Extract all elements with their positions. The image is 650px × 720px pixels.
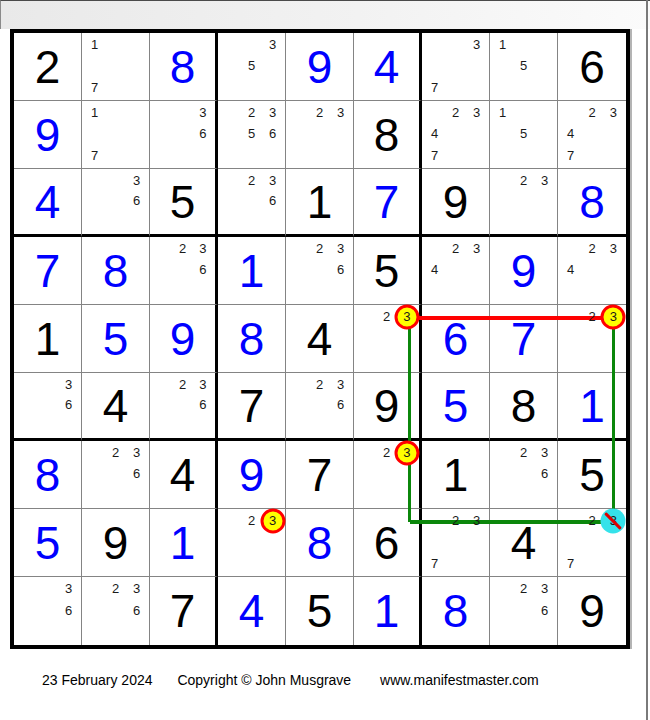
empty-candidate-slot — [126, 621, 147, 643]
empty-candidate-slot — [466, 145, 487, 166]
cell-r6c6[interactable]: 9 — [354, 373, 422, 441]
empty-candidate-slot — [16, 395, 37, 416]
pencil-marks: 36 — [16, 578, 79, 643]
cell-r4c3[interactable]: 236 — [150, 237, 218, 305]
pencil-marks: 36 — [84, 170, 147, 232]
empty-candidate-slot — [581, 553, 602, 574]
empty-candidate-slot — [126, 77, 147, 98]
candidate-digit: 3 — [403, 446, 410, 459]
candidate-digit: 7 — [431, 81, 438, 94]
candidate-digit: 6 — [269, 127, 276, 140]
cell-r2c9[interactable]: 2347 — [558, 101, 626, 169]
empty-candidate-slot — [84, 55, 105, 76]
empty-candidate-slot — [16, 415, 37, 436]
empty-candidate-slot — [534, 145, 555, 166]
empty-candidate-slot — [534, 191, 555, 212]
cell-r2c3[interactable]: 36 — [150, 101, 218, 169]
empty-candidate-slot — [262, 145, 283, 166]
empty-candidate-slot — [220, 211, 241, 232]
solved-digit: 7 — [354, 169, 419, 234]
candidate-6: 6 — [126, 600, 147, 622]
candidate-digit: 6 — [65, 398, 72, 411]
empty-candidate-slot — [262, 55, 283, 76]
empty-candidate-slot — [560, 102, 581, 123]
empty-candidate-slot — [172, 102, 192, 123]
solved-digit: 8 — [286, 509, 353, 576]
candidate-digit: 3 — [610, 310, 617, 323]
cell-r5c8[interactable]: 7 — [490, 305, 558, 373]
empty-candidate-slot — [152, 415, 172, 436]
candidate-digit: 6 — [199, 398, 206, 411]
empty-candidate-slot — [84, 600, 105, 622]
cell-r7c6[interactable]: 23 — [354, 441, 422, 509]
empty-candidate-slot — [126, 211, 147, 232]
empty-candidate-slot — [220, 55, 241, 76]
candidate-digit: 3 — [473, 514, 480, 527]
cell-r2c4[interactable]: 2356 — [218, 101, 286, 169]
empty-candidate-slot — [330, 415, 351, 436]
empty-candidate-slot — [492, 145, 513, 166]
cell-r2c7[interactable]: 2347 — [422, 101, 490, 169]
pencil-marks: 237 — [424, 510, 487, 574]
cell-r5c7[interactable]: 6 — [422, 305, 490, 373]
cell-r4c8[interactable]: 9 — [490, 237, 558, 305]
cell-r1c2[interactable]: 17 — [82, 33, 150, 101]
empty-candidate-slot — [603, 281, 624, 302]
cell-r7c1[interactable]: 8 — [14, 441, 82, 509]
candidate-4: 4 — [424, 259, 445, 280]
candidate-digit: 1 — [91, 106, 98, 119]
candidate-6: 6 — [262, 191, 283, 212]
solved-digit: 5 — [422, 373, 489, 438]
empty-candidate-slot — [58, 621, 79, 643]
candidate-2: 2 — [172, 238, 192, 259]
cell-r1c5[interactable]: 9 — [286, 33, 354, 101]
solved-digit: 4 — [354, 33, 419, 100]
cell-r4c1[interactable]: 7 — [14, 237, 82, 305]
empty-candidate-slot — [172, 259, 192, 280]
candidate-2: 2 — [581, 102, 602, 123]
empty-candidate-slot — [126, 102, 147, 123]
empty-candidate-slot — [330, 123, 351, 144]
cell-r8c5[interactable]: 8 — [286, 509, 354, 577]
cell-r2c1[interactable]: 9 — [14, 101, 82, 169]
cell-r8c3[interactable]: 1 — [150, 509, 218, 577]
candidate-digit: 7 — [567, 557, 574, 570]
empty-candidate-slot — [241, 553, 262, 574]
solved-digit: 8 — [422, 577, 489, 645]
candidate-3: 3 — [193, 102, 213, 123]
cell-r5c9[interactable]: 23 — [558, 305, 626, 373]
empty-candidate-slot — [466, 259, 487, 280]
candidate-2: 2 — [445, 102, 466, 123]
cell-r3c1[interactable]: 4 — [14, 169, 82, 237]
cell-r6c5[interactable]: 236 — [286, 373, 354, 441]
candidate-digit: 7 — [431, 557, 438, 570]
cell-r6c2[interactable]: 4 — [82, 373, 150, 441]
cell-r5c6[interactable]: 23 — [354, 305, 422, 373]
cell-r7c8[interactable]: 236 — [490, 441, 558, 509]
given-digit: 7 — [286, 441, 353, 508]
cell-r8c4[interactable]: 23 — [218, 509, 286, 577]
candidate-digit: 3 — [541, 582, 548, 595]
candidate-digit: 2 — [248, 174, 255, 187]
empty-candidate-slot — [376, 349, 396, 370]
pencil-marks: 2347 — [424, 102, 487, 166]
cell-r9c5[interactable]: 5 — [286, 577, 354, 645]
solved-digit: 9 — [218, 441, 285, 508]
empty-candidate-slot — [424, 55, 445, 76]
window-top-strip — [0, 0, 650, 29]
cell-r3c3[interactable]: 5 — [150, 169, 218, 237]
cell-r3c6[interactable]: 7 — [354, 169, 422, 237]
candidate-3: 3 — [262, 34, 283, 55]
empty-candidate-slot — [105, 600, 126, 622]
candidate-3: 3 — [330, 238, 351, 259]
given-digit: 1 — [14, 305, 81, 372]
cell-r1c3[interactable]: 8 — [150, 33, 218, 101]
empty-candidate-slot — [356, 463, 376, 484]
candidate-digit: 6 — [541, 604, 548, 617]
empty-candidate-slot — [513, 77, 534, 98]
candidate-digit: 2 — [520, 174, 527, 187]
given-digit: 4 — [286, 305, 353, 372]
empty-candidate-slot — [513, 463, 534, 484]
empty-candidate-slot — [492, 485, 513, 506]
cell-r3c8[interactable]: 23 — [490, 169, 558, 237]
pencil-marks: 234 — [424, 238, 487, 302]
empty-candidate-slot — [603, 553, 624, 574]
candidate-2: 2 — [105, 578, 126, 600]
cell-r8c9[interactable]: 237 — [558, 509, 626, 577]
solved-digit: 5 — [14, 509, 81, 576]
cell-r6c8[interactable]: 8 — [490, 373, 558, 441]
empty-candidate-slot — [581, 259, 602, 280]
pencil-marks: 236 — [288, 374, 351, 436]
candidate-3: 3 — [126, 442, 147, 463]
cell-r3c7[interactable]: 9 — [422, 169, 490, 237]
candidate-digit: 3 — [337, 106, 344, 119]
empty-candidate-slot — [241, 34, 262, 55]
cell-r4c7[interactable]: 234 — [422, 237, 490, 305]
candidate-digit: 1 — [499, 106, 506, 119]
candidate-digit: 3 — [199, 378, 206, 391]
candidate-6: 6 — [126, 463, 147, 484]
empty-candidate-slot — [288, 102, 309, 123]
cell-r8c2[interactable]: 9 — [82, 509, 150, 577]
cell-r9c6[interactable]: 1 — [354, 577, 422, 645]
candidate-6: 6 — [126, 191, 147, 212]
candidate-digit: 3 — [610, 106, 617, 119]
pencil-marks: 236 — [492, 442, 555, 506]
empty-candidate-slot — [152, 238, 172, 259]
empty-candidate-slot — [560, 327, 581, 348]
cell-r3c2[interactable]: 36 — [82, 169, 150, 237]
empty-candidate-slot — [152, 281, 172, 302]
empty-candidate-slot — [241, 211, 262, 232]
candidate-digit: 3 — [199, 106, 206, 119]
cell-r9c7[interactable]: 8 — [422, 577, 490, 645]
empty-candidate-slot — [397, 349, 417, 370]
cell-r4c2[interactable]: 8 — [82, 237, 150, 305]
empty-candidate-slot — [492, 191, 513, 212]
cell-r7c2[interactable]: 236 — [82, 441, 150, 509]
candidate-digit: 5 — [520, 127, 527, 140]
candidate-2: 2 — [309, 238, 330, 259]
candidate-3: 3 — [58, 578, 79, 600]
empty-candidate-slot — [560, 306, 581, 327]
cell-r8c6[interactable]: 6 — [354, 509, 422, 577]
empty-candidate-slot — [152, 102, 172, 123]
app-window: 2178359437156917362356238234715234743652… — [0, 0, 650, 720]
empty-candidate-slot — [581, 531, 602, 552]
empty-candidate-slot — [424, 34, 445, 55]
candidate-6: 6 — [330, 395, 351, 416]
cell-r5c1[interactable]: 1 — [14, 305, 82, 373]
candidate-digit: 3 — [541, 174, 548, 187]
empty-candidate-slot — [424, 281, 445, 302]
candidate-1: 1 — [492, 34, 513, 55]
empty-candidate-slot — [376, 463, 396, 484]
candidate-digit: 1 — [91, 38, 98, 51]
empty-candidate-slot — [288, 145, 309, 166]
cell-r2c6[interactable]: 8 — [354, 101, 422, 169]
empty-candidate-slot — [445, 123, 466, 144]
empty-candidate-slot — [84, 191, 105, 212]
empty-candidate-slot — [241, 531, 262, 552]
candidate-digit: 3 — [473, 106, 480, 119]
empty-candidate-slot — [84, 123, 105, 144]
empty-candidate-slot — [445, 55, 466, 76]
empty-candidate-slot — [193, 415, 213, 436]
window-right-edge — [646, 0, 648, 720]
solved-digit: 8 — [14, 441, 81, 508]
empty-candidate-slot — [172, 123, 192, 144]
cell-r2c5[interactable]: 23 — [286, 101, 354, 169]
candidate-7: 7 — [424, 553, 445, 574]
empty-candidate-slot — [220, 102, 241, 123]
cell-r7c9[interactable]: 5 — [558, 441, 626, 509]
candidate-2: 2 — [513, 170, 534, 191]
cell-r9c8[interactable]: 236 — [490, 577, 558, 645]
empty-candidate-slot — [16, 374, 37, 395]
candidate-5: 5 — [513, 123, 534, 144]
empty-candidate-slot — [220, 510, 241, 531]
candidate-digit: 7 — [91, 149, 98, 162]
cell-r5c5[interactable]: 4 — [286, 305, 354, 373]
cell-r9c1[interactable]: 36 — [14, 577, 82, 645]
empty-candidate-slot — [288, 374, 309, 395]
empty-candidate-slot — [220, 531, 241, 552]
cell-r6c7[interactable]: 5 — [422, 373, 490, 441]
candidate-4: 4 — [560, 123, 581, 144]
given-digit: 1 — [422, 441, 489, 508]
empty-candidate-slot — [330, 145, 351, 166]
empty-candidate-slot — [445, 145, 466, 166]
candidate-2: 2 — [172, 374, 192, 395]
candidate-2: 2 — [309, 102, 330, 123]
cell-r8c1[interactable]: 5 — [14, 509, 82, 577]
empty-candidate-slot — [603, 531, 624, 552]
candidate-digit: 2 — [383, 310, 390, 323]
candidate-6: 6 — [193, 395, 213, 416]
empty-candidate-slot — [105, 34, 126, 55]
pencil-marks: 23 — [560, 306, 624, 370]
cell-r1c6[interactable]: 4 — [354, 33, 422, 101]
empty-candidate-slot — [84, 485, 105, 506]
candidate-2: 2 — [513, 578, 534, 600]
given-digit: 5 — [286, 577, 353, 645]
empty-candidate-slot — [560, 531, 581, 552]
given-digit: 5 — [150, 169, 215, 234]
candidate-7: 7 — [84, 77, 105, 98]
given-digit: 2 — [14, 33, 81, 100]
empty-candidate-slot — [492, 442, 513, 463]
empty-candidate-slot — [603, 349, 624, 370]
candidate-digit: 2 — [520, 446, 527, 459]
cell-r5c4[interactable]: 8 — [218, 305, 286, 373]
footer-date: 23 February 2024 — [42, 672, 153, 688]
candidate-2: 2 — [513, 442, 534, 463]
given-digit: 7 — [150, 577, 215, 645]
empty-candidate-slot — [492, 123, 513, 144]
footer: 23 February 2024 Copyright © John Musgra… — [0, 672, 650, 694]
candidate-digit: 3 — [541, 446, 548, 459]
empty-candidate-slot — [466, 281, 487, 302]
cell-r1c4[interactable]: 35 — [218, 33, 286, 101]
candidate-6: 6 — [58, 600, 79, 622]
cell-r1c7[interactable]: 37 — [422, 33, 490, 101]
cell-r6c3[interactable]: 236 — [150, 373, 218, 441]
pencil-marks: 23 — [356, 442, 417, 506]
candidate-digit: 4 — [431, 127, 438, 140]
empty-candidate-slot — [445, 281, 466, 302]
cell-r7c5[interactable]: 7 — [286, 441, 354, 509]
cell-r1c9[interactable]: 6 — [558, 33, 626, 101]
empty-candidate-slot — [603, 145, 624, 166]
empty-candidate-slot — [513, 485, 534, 506]
footer-copyright: Copyright © John Musgrave — [177, 672, 351, 688]
cell-r4c9[interactable]: 234 — [558, 237, 626, 305]
cell-r2c8[interactable]: 15 — [490, 101, 558, 169]
empty-candidate-slot — [424, 238, 445, 259]
cell-r8c7[interactable]: 237 — [422, 509, 490, 577]
solved-digit: 1 — [218, 237, 285, 304]
candidate-digit: 7 — [431, 149, 438, 162]
cell-r7c7[interactable]: 1 — [422, 441, 490, 509]
candidate-digit: 6 — [269, 194, 276, 207]
solved-digit: 9 — [490, 237, 557, 304]
cell-r4c4[interactable]: 1 — [218, 237, 286, 305]
cell-r3c4[interactable]: 236 — [218, 169, 286, 237]
cell-r5c2[interactable]: 5 — [82, 305, 150, 373]
empty-candidate-slot — [288, 281, 309, 302]
cell-r2c2[interactable]: 17 — [82, 101, 150, 169]
given-digit: 6 — [354, 509, 419, 576]
cell-r8c8[interactable]: 4 — [490, 509, 558, 577]
empty-candidate-slot — [424, 510, 445, 531]
empty-candidate-slot — [466, 55, 487, 76]
cell-r4c5[interactable]: 236 — [286, 237, 354, 305]
empty-candidate-slot — [105, 463, 126, 484]
empty-candidate-slot — [288, 123, 309, 144]
cell-r6c4[interactable]: 7 — [218, 373, 286, 441]
cell-r6c1[interactable]: 36 — [14, 373, 82, 441]
empty-candidate-slot — [560, 510, 581, 531]
empty-candidate-slot — [126, 34, 147, 55]
empty-candidate-slot — [105, 191, 126, 212]
candidate-digit: 5 — [248, 59, 255, 72]
empty-candidate-slot — [424, 531, 445, 552]
empty-candidate-slot — [534, 102, 555, 123]
candidate-2: 2 — [445, 510, 466, 531]
cell-r9c4[interactable]: 4 — [218, 577, 286, 645]
candidate-digit: 3 — [65, 582, 72, 595]
cell-r3c5[interactable]: 1 — [286, 169, 354, 237]
empty-candidate-slot — [105, 123, 126, 144]
cell-r7c4[interactable]: 9 — [218, 441, 286, 509]
empty-candidate-slot — [330, 281, 351, 302]
empty-candidate-slot — [152, 259, 172, 280]
cell-r4c6[interactable]: 5 — [354, 237, 422, 305]
pencil-marks: 236 — [84, 442, 147, 506]
empty-candidate-slot — [309, 259, 330, 280]
solved-digit: 9 — [150, 305, 215, 372]
candidate-digit: 3 — [269, 106, 276, 119]
empty-candidate-slot — [126, 145, 147, 166]
candidate-6: 6 — [193, 259, 213, 280]
candidate-3: 3 — [466, 510, 487, 531]
cell-r1c8[interactable]: 15 — [490, 33, 558, 101]
candidate-digit: 3 — [269, 38, 276, 51]
empty-candidate-slot — [105, 145, 126, 166]
cell-r5c3[interactable]: 9 — [150, 305, 218, 373]
candidate-3: 3 — [466, 34, 487, 55]
empty-candidate-slot — [356, 306, 376, 327]
candidate-3: 3 — [603, 306, 624, 327]
empty-candidate-slot — [193, 145, 213, 166]
empty-candidate-slot — [220, 191, 241, 212]
candidate-digit: 2 — [452, 106, 459, 119]
empty-candidate-slot — [397, 327, 417, 348]
pencil-marks: 23 — [492, 170, 555, 232]
empty-candidate-slot — [492, 600, 513, 622]
cell-r3c9[interactable]: 8 — [558, 169, 626, 237]
empty-candidate-slot — [105, 55, 126, 76]
given-digit: 4 — [82, 373, 149, 438]
given-digit: 7 — [218, 373, 285, 438]
candidate-digit: 2 — [520, 582, 527, 595]
empty-candidate-slot — [220, 123, 241, 144]
cell-r9c3[interactable]: 7 — [150, 577, 218, 645]
candidate-6: 6 — [193, 123, 213, 144]
cell-r9c9[interactable]: 9 — [558, 577, 626, 645]
cell-r7c3[interactable]: 4 — [150, 441, 218, 509]
candidate-3: 3 — [534, 170, 555, 191]
candidate-3: 3 — [193, 374, 213, 395]
empty-candidate-slot — [309, 395, 330, 416]
empty-candidate-slot — [513, 145, 534, 166]
cell-r1c1[interactable]: 2 — [14, 33, 82, 101]
cell-r9c2[interactable]: 236 — [82, 577, 150, 645]
empty-candidate-slot — [513, 600, 534, 622]
candidate-digit: 3 — [473, 242, 480, 255]
cell-r6c9[interactable]: 1 — [558, 373, 626, 441]
empty-candidate-slot — [105, 102, 126, 123]
empty-candidate-slot — [16, 578, 37, 600]
candidate-digit: 2 — [452, 514, 459, 527]
candidate-digit: 2 — [452, 242, 459, 255]
